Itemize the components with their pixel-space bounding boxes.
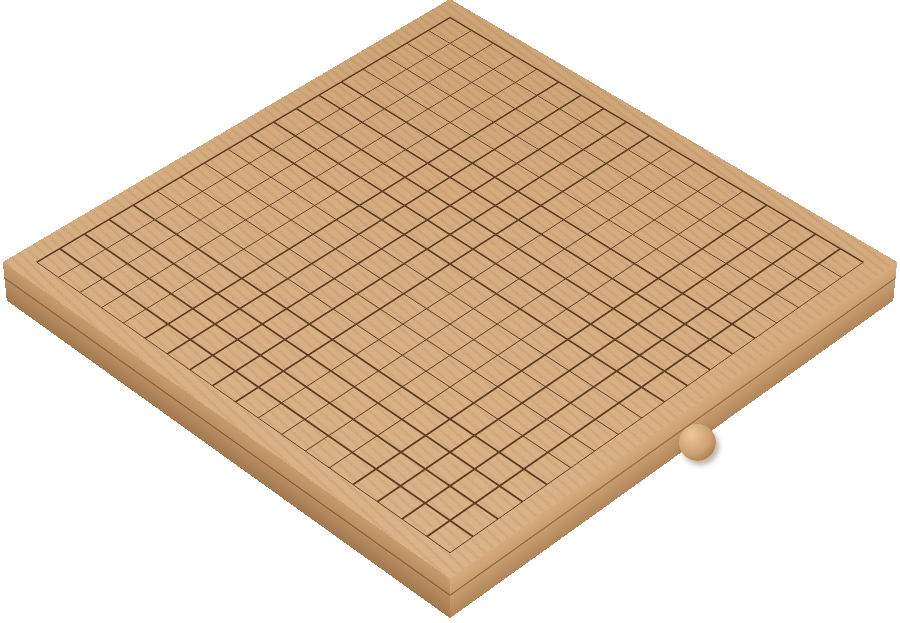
go-board bbox=[3, 0, 897, 579]
drawer-knob bbox=[679, 424, 716, 461]
board-surface bbox=[3, 0, 897, 579]
go-board-product-photo bbox=[0, 0, 900, 623]
grid-lines bbox=[36, 17, 865, 554]
